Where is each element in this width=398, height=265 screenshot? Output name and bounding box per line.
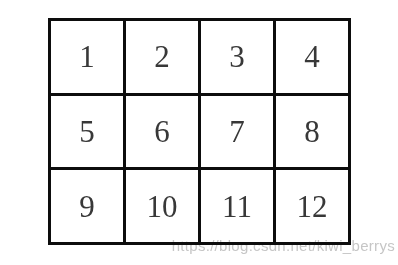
grid-cell-8: 8 [276, 96, 348, 168]
grid-cell-7: 7 [201, 96, 273, 168]
grid-cell-9: 9 [51, 170, 123, 242]
watermark-text: https://blog.csdn.net/kiwi_berrys [172, 237, 395, 254]
grid-cell-6: 6 [126, 96, 198, 168]
grid-cell-12: 12 [276, 170, 348, 242]
grid-board: 1 2 3 4 5 6 7 8 9 10 11 12 [48, 18, 351, 245]
grid-cell-1: 1 [51, 21, 123, 93]
grid-cell-11: 11 [201, 170, 273, 242]
grid-cell-5: 5 [51, 96, 123, 168]
grid-cell-4: 4 [276, 21, 348, 93]
grid-cell-2: 2 [126, 21, 198, 93]
grid-cell-3: 3 [201, 21, 273, 93]
diagram-canvas: 1 2 3 4 5 6 7 8 9 10 11 12 https://blog.… [0, 0, 398, 265]
grid-cell-10: 10 [126, 170, 198, 242]
